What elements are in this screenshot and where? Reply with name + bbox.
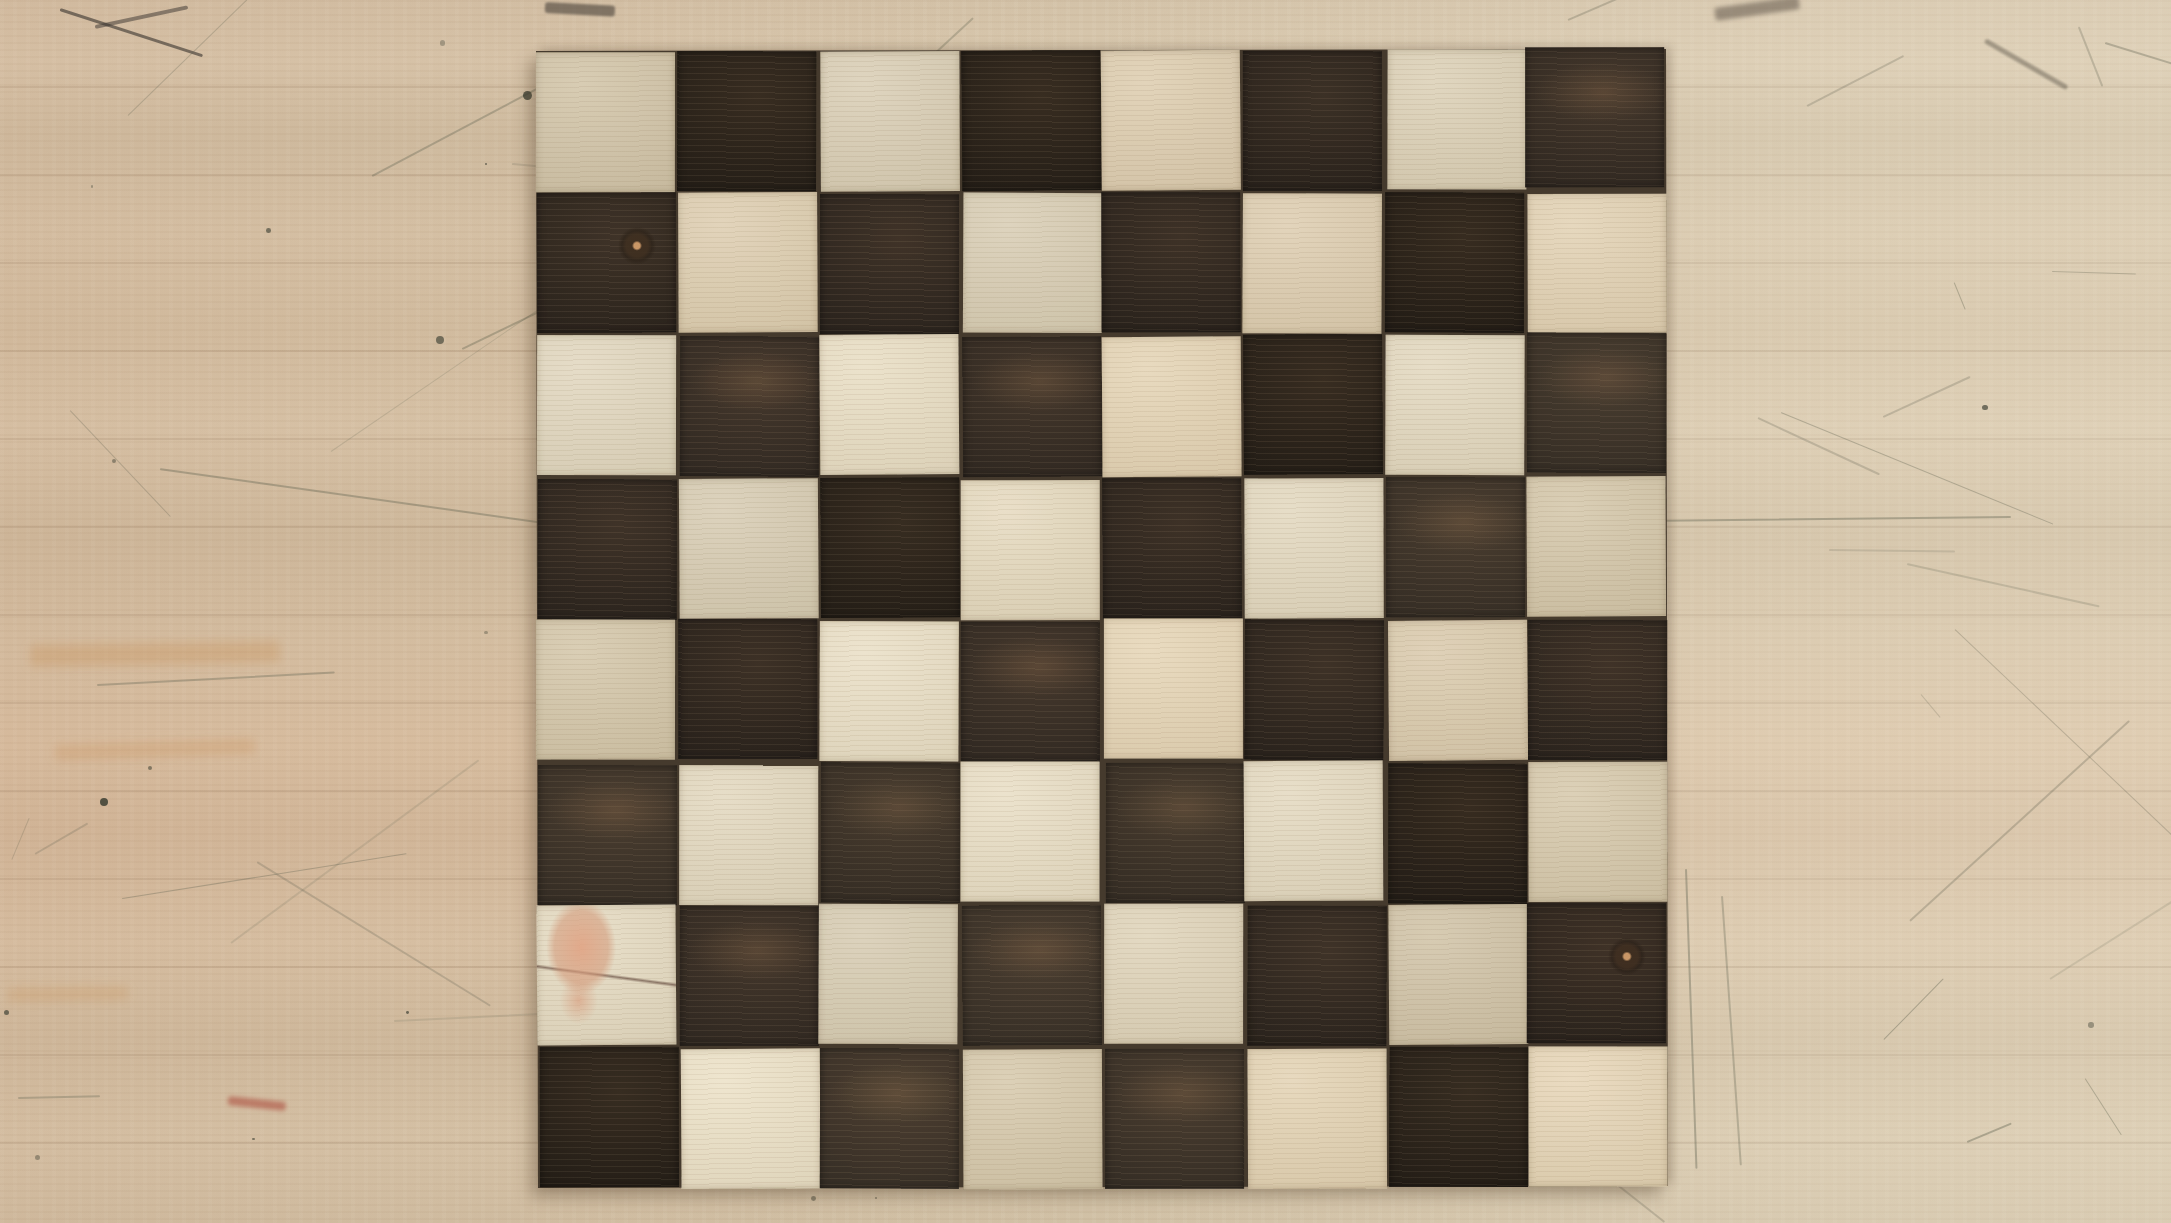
scratch-mark [1910,720,2131,922]
speck-mark [440,40,445,45]
square-f3 [1244,760,1383,900]
scratch-mark [1954,283,1966,310]
scratch-mark [257,862,492,1008]
orange-stain-mark [55,738,255,761]
workbench-scene [0,0,2171,1223]
square-e2 [1104,904,1243,1044]
square-c5 [821,477,960,617]
square-f7 [1243,193,1382,333]
speck-mark [1982,405,1988,411]
square-d6 [962,336,1102,477]
speck-mark [4,1010,10,1016]
square-h7 [1528,193,1667,333]
dark-scuff-mark [545,2,615,17]
square-g3 [1388,763,1527,903]
scratch-mark [1966,1123,2011,1143]
square-c7 [820,194,959,334]
square-b6 [679,336,818,476]
scratch-mark [1685,869,1697,1169]
speck-mark [91,185,93,187]
square-a5 [538,479,677,619]
square-d7 [963,192,1102,332]
scratch-mark [462,312,538,350]
square-a4 [536,619,675,759]
square-g5 [1386,477,1525,617]
speck-mark [523,91,532,100]
square-d2 [962,905,1102,1046]
square-h4 [1528,620,1667,760]
square-g6 [1385,335,1524,475]
square-e6 [1101,336,1240,476]
square-g1 [1389,1046,1528,1186]
square-b1 [680,1048,819,1188]
square-c8 [821,51,960,191]
orange-stain-mark [30,641,280,667]
scratch-mark [1781,412,2053,524]
speck-mark [100,798,108,806]
scratch-mark [231,760,480,945]
square-c1 [820,1048,959,1188]
square-g7 [1385,192,1524,332]
square-h3 [1529,761,1668,901]
scratch-mark [128,0,406,116]
dark-scuff-mark [60,8,204,57]
scratch-mark [2050,762,2171,980]
speck-mark [148,766,152,770]
square-b7 [678,192,817,332]
scratch-mark [1920,694,1940,718]
square-h6 [1527,332,1666,472]
dark-scuff-mark [1714,0,1800,21]
square-e5 [1102,477,1241,617]
scratch-mark [1984,38,2069,90]
square-b3 [679,765,818,905]
scratch-mark [1807,55,1905,107]
speck-mark [406,1011,409,1014]
scratch-mark [122,853,407,899]
scratch-mark [2078,26,2103,86]
square-e7 [1101,192,1240,332]
square-c4 [820,621,959,761]
square-f6 [1243,334,1383,474]
chessboard [536,49,1668,1188]
speck-mark [112,459,116,463]
square-c6 [820,334,960,475]
square-a8 [536,52,675,192]
square-c2 [819,904,958,1044]
speck-mark [811,1196,816,1201]
square-g8 [1387,49,1526,189]
scratch-mark [2105,42,2171,113]
speck-mark [2088,1022,2094,1028]
square-a1 [540,1046,679,1186]
speck-mark [266,228,271,233]
speck-mark [436,336,444,344]
square-a3 [538,764,677,904]
square-e4 [1103,618,1242,758]
scratch-mark [1882,376,1970,418]
square-h1 [1529,1046,1668,1186]
speck-mark [875,1197,878,1200]
square-d1 [963,1049,1102,1189]
square-d4 [961,622,1100,762]
scratch-mark [70,411,172,518]
square-b2 [679,906,818,1046]
square-b8 [677,51,816,191]
speck-mark [35,1155,40,1160]
square-a6 [537,335,676,475]
red-paint-mark [228,1096,287,1111]
scratch-mark [1721,896,1742,1165]
speck-mark [485,163,487,165]
square-d3 [960,761,1099,901]
square-b5 [678,478,817,618]
square-f1 [1248,1048,1387,1188]
orange-stain-mark [8,986,128,1002]
speck-mark [484,631,487,634]
square-c3 [821,762,960,902]
scratch-mark [1954,629,2171,856]
scratch-mark [17,1095,99,1099]
square-g4 [1388,620,1528,761]
scratch-mark [1907,563,2100,608]
scratch-mark [1567,0,1849,21]
square-f5 [1244,478,1383,618]
square-a2 [536,905,676,1045]
scratch-mark [1884,978,1944,1040]
square-f4 [1244,619,1383,759]
dark-scuff-mark [95,5,189,29]
scratch-mark [160,468,576,528]
square-b4 [678,619,817,759]
square-d5 [961,480,1100,620]
scratch-mark [1758,417,1880,475]
scratch-mark [2084,1079,2121,1136]
scratch-mark [1638,516,2011,522]
square-f2 [1248,906,1387,1046]
square-a7 [537,192,676,332]
square-h5 [1527,476,1666,616]
scratch-mark [2052,271,2136,275]
speck-mark [252,1138,254,1140]
square-g2 [1388,904,1527,1044]
square-h8 [1526,47,1665,187]
square-e8 [1100,50,1240,191]
scratch-mark [1829,549,1955,552]
square-d8 [961,50,1101,191]
square-f8 [1243,51,1382,191]
scratch-mark [11,818,29,860]
scratch-mark [97,671,335,685]
square-e1 [1104,1048,1243,1188]
scratch-mark [34,823,88,855]
square-e3 [1105,762,1244,902]
square-h2 [1527,903,1666,1043]
